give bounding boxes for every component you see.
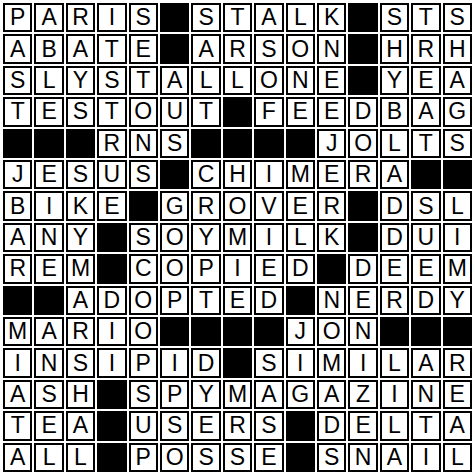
- grid-cell[interactable]: O: [254, 66, 283, 95]
- black-cell: [223, 129, 252, 158]
- black-cell: [286, 411, 315, 440]
- grid-cell[interactable]: Y: [380, 66, 409, 95]
- grid-cell[interactable]: M: [223, 223, 252, 252]
- grid-cell[interactable]: S: [317, 443, 346, 472]
- grid-cell[interactable]: E: [34, 411, 63, 440]
- black-cell: [411, 317, 440, 346]
- grid-cell[interactable]: M: [66, 254, 95, 283]
- grid-cell[interactable]: A: [254, 380, 283, 409]
- grid-cell[interactable]: S: [191, 3, 220, 32]
- grid-cell[interactable]: E: [97, 191, 126, 220]
- black-cell: [129, 191, 158, 220]
- grid-cell[interactable]: E: [129, 34, 158, 63]
- grid-cell[interactable]: D: [191, 348, 220, 377]
- grid-cell[interactable]: A: [160, 66, 189, 95]
- grid-cell[interactable]: P: [129, 443, 158, 472]
- black-cell: [348, 3, 377, 32]
- grid-cell[interactable]: D: [254, 286, 283, 315]
- black-cell: [97, 411, 126, 440]
- grid-cell[interactable]: E: [411, 66, 440, 95]
- grid-cell[interactable]: O: [223, 191, 252, 220]
- grid-cell[interactable]: U: [411, 223, 440, 252]
- grid-cell[interactable]: L: [66, 443, 95, 472]
- grid-cell[interactable]: A: [34, 3, 63, 32]
- grid-cell[interactable]: M: [443, 254, 472, 283]
- grid-cell[interactable]: E: [380, 254, 409, 283]
- grid-cell[interactable]: R: [66, 317, 95, 346]
- grid-cell[interactable]: S: [3, 66, 32, 95]
- grid-cell[interactable]: P: [3, 3, 32, 32]
- grid-cell[interactable]: D: [97, 286, 126, 315]
- black-cell: [160, 317, 189, 346]
- black-cell: [286, 286, 315, 315]
- grid-cell[interactable]: I: [34, 191, 63, 220]
- grid-cell[interactable]: O: [129, 286, 158, 315]
- grid-cell[interactable]: N: [286, 66, 315, 95]
- grid-cell[interactable]: U: [97, 160, 126, 189]
- grid-cell[interactable]: N: [348, 317, 377, 346]
- grid-cell[interactable]: I: [97, 317, 126, 346]
- grid-cell[interactable]: K: [66, 191, 95, 220]
- grid-cell[interactable]: S: [97, 66, 126, 95]
- grid-cell[interactable]: B: [380, 97, 409, 126]
- grid-cell[interactable]: M: [317, 348, 346, 377]
- grid-cell[interactable]: L: [286, 3, 315, 32]
- grid-cell[interactable]: E: [254, 443, 283, 472]
- grid-cell[interactable]: A: [3, 443, 32, 472]
- grid-cell[interactable]: N: [411, 380, 440, 409]
- grid-cell[interactable]: I: [254, 160, 283, 189]
- grid-cell[interactable]: O: [286, 34, 315, 63]
- grid-cell[interactable]: J: [3, 160, 32, 189]
- black-cell: [34, 286, 63, 315]
- grid-cell[interactable]: E: [317, 66, 346, 95]
- grid-cell[interactable]: O: [317, 317, 346, 346]
- grid-cell[interactable]: A: [411, 348, 440, 377]
- black-cell: [160, 3, 189, 32]
- grid-cell[interactable]: I: [380, 380, 409, 409]
- grid-cell[interactable]: O: [129, 97, 158, 126]
- grid-cell[interactable]: E: [254, 254, 283, 283]
- grid-cell[interactable]: Y: [191, 223, 220, 252]
- grid-cell[interactable]: V: [254, 191, 283, 220]
- grid-cell[interactable]: K: [317, 223, 346, 252]
- grid-cell[interactable]: N: [317, 34, 346, 63]
- grid-cell[interactable]: U: [160, 97, 189, 126]
- grid-cell[interactable]: E: [317, 160, 346, 189]
- black-cell: [66, 129, 95, 158]
- grid-cell[interactable]: P: [160, 380, 189, 409]
- grid-cell[interactable]: T: [191, 286, 220, 315]
- grid-cell[interactable]: O: [129, 317, 158, 346]
- grid-cell[interactable]: A: [317, 380, 346, 409]
- grid-cell[interactable]: S: [129, 160, 158, 189]
- grid-cell[interactable]: S: [160, 411, 189, 440]
- black-cell: [348, 191, 377, 220]
- black-cell: [97, 380, 126, 409]
- grid-cell[interactable]: D: [286, 254, 315, 283]
- grid-cell[interactable]: O: [160, 254, 189, 283]
- grid-cell[interactable]: M: [223, 380, 252, 409]
- grid-cell[interactable]: T: [97, 34, 126, 63]
- grid-cell[interactable]: J: [286, 317, 315, 346]
- grid-cell[interactable]: O: [348, 129, 377, 158]
- grid-cell[interactable]: A: [380, 443, 409, 472]
- grid-cell[interactable]: E: [443, 380, 472, 409]
- grid-cell[interactable]: S: [129, 3, 158, 32]
- grid-cell[interactable]: L: [34, 443, 63, 472]
- grid-cell[interactable]: A: [411, 97, 440, 126]
- grid-cell[interactable]: S: [254, 34, 283, 63]
- black-cell: [286, 443, 315, 472]
- grid-cell[interactable]: J: [317, 129, 346, 158]
- grid-cell[interactable]: L: [380, 411, 409, 440]
- grid-cell[interactable]: C: [191, 160, 220, 189]
- grid-cell[interactable]: F: [254, 97, 283, 126]
- grid-cell[interactable]: I: [411, 443, 440, 472]
- grid-cell[interactable]: G: [286, 380, 315, 409]
- grid-cell[interactable]: A: [254, 3, 283, 32]
- grid-cell[interactable]: Y: [66, 223, 95, 252]
- black-cell: [223, 348, 252, 377]
- black-cell: [160, 160, 189, 189]
- black-cell: [160, 34, 189, 63]
- grid-cell[interactable]: N: [348, 443, 377, 472]
- grid-cell[interactable]: E: [348, 286, 377, 315]
- grid-cell[interactable]: R: [317, 191, 346, 220]
- grid-cell[interactable]: G: [443, 97, 472, 126]
- grid-cell[interactable]: E: [286, 191, 315, 220]
- black-cell: [97, 254, 126, 283]
- black-cell: [223, 97, 252, 126]
- black-cell: [34, 129, 63, 158]
- grid-cell[interactable]: A: [191, 34, 220, 63]
- grid-cell[interactable]: S: [254, 411, 283, 440]
- grid-cell[interactable]: T: [191, 97, 220, 126]
- grid-cell[interactable]: D: [380, 191, 409, 220]
- grid-cell[interactable]: N: [34, 223, 63, 252]
- grid-cell[interactable]: L: [286, 223, 315, 252]
- grid-cell[interactable]: U: [129, 411, 158, 440]
- grid-cell[interactable]: N: [129, 129, 158, 158]
- grid-cell[interactable]: E: [348, 411, 377, 440]
- grid-cell[interactable]: G: [160, 191, 189, 220]
- grid-cell[interactable]: A: [3, 34, 32, 63]
- grid-cell[interactable]: H: [66, 380, 95, 409]
- grid-cell[interactable]: A: [3, 380, 32, 409]
- grid-cell[interactable]: S: [66, 348, 95, 377]
- grid-cell[interactable]: T: [97, 97, 126, 126]
- grid-cell[interactable]: S: [191, 443, 220, 472]
- grid-cell[interactable]: R: [223, 411, 252, 440]
- grid-cell[interactable]: I: [97, 3, 126, 32]
- grid-cell[interactable]: L: [380, 348, 409, 377]
- grid-cell[interactable]: A: [380, 160, 409, 189]
- grid-cell[interactable]: D: [348, 97, 377, 126]
- grid-cell[interactable]: S: [254, 348, 283, 377]
- grid-cell[interactable]: L: [34, 66, 63, 95]
- black-cell: [191, 129, 220, 158]
- black-cell: [348, 34, 377, 63]
- grid-cell[interactable]: A: [34, 317, 63, 346]
- grid-cell[interactable]: O: [160, 443, 189, 472]
- grid-cell[interactable]: E: [286, 97, 315, 126]
- grid-cell[interactable]: S: [66, 97, 95, 126]
- grid-cell[interactable]: I: [223, 254, 252, 283]
- grid-cell[interactable]: K: [317, 3, 346, 32]
- grid-cell[interactable]: N: [34, 348, 63, 377]
- black-cell: [286, 129, 315, 158]
- grid-cell[interactable]: I: [443, 223, 472, 252]
- grid-cell[interactable]: E: [411, 254, 440, 283]
- grid-cell[interactable]: R: [348, 160, 377, 189]
- black-cell: [348, 223, 377, 252]
- grid-cell[interactable]: R: [191, 191, 220, 220]
- grid-cell[interactable]: R: [3, 254, 32, 283]
- black-cell: [97, 443, 126, 472]
- grid-cell[interactable]: M: [286, 160, 315, 189]
- grid-cell[interactable]: S: [129, 380, 158, 409]
- black-cell: [3, 286, 32, 315]
- grid-cell[interactable]: Y: [191, 380, 220, 409]
- black-cell: [191, 317, 220, 346]
- grid-cell[interactable]: M: [3, 317, 32, 346]
- grid-cell[interactable]: E: [223, 286, 252, 315]
- crossword-page: PARISSTALKSTSABATEARSONHRHSLYSTALLONEYEA…: [0, 0, 475, 475]
- grid-cell[interactable]: N: [317, 286, 346, 315]
- crossword-grid: PARISSTALKSTSABATEARSONHRHSLYSTALLONEYEA…: [0, 0, 475, 475]
- grid-cell[interactable]: T: [411, 3, 440, 32]
- grid-cell[interactable]: C: [129, 254, 158, 283]
- grid-cell[interactable]: S: [66, 160, 95, 189]
- black-cell: [411, 160, 440, 189]
- black-cell: [223, 317, 252, 346]
- grid-cell[interactable]: T: [129, 66, 158, 95]
- grid-cell[interactable]: P: [160, 286, 189, 315]
- grid-cell[interactable]: S: [34, 380, 63, 409]
- grid-cell[interactable]: R: [380, 286, 409, 315]
- grid-cell[interactable]: B: [34, 34, 63, 63]
- black-cell: [3, 129, 32, 158]
- grid-cell[interactable]: Z: [348, 380, 377, 409]
- black-cell: [254, 129, 283, 158]
- grid-cell[interactable]: I: [254, 223, 283, 252]
- grid-cell[interactable]: R: [66, 3, 95, 32]
- black-cell: [443, 160, 472, 189]
- grid-cell[interactable]: D: [380, 223, 409, 252]
- grid-cell[interactable]: A: [66, 286, 95, 315]
- grid-cell[interactable]: S: [223, 443, 252, 472]
- black-cell: [97, 223, 126, 252]
- grid-cell[interactable]: P: [129, 348, 158, 377]
- black-cell: [380, 317, 409, 346]
- grid-cell[interactable]: L: [223, 66, 252, 95]
- grid-cell[interactable]: A: [443, 66, 472, 95]
- black-cell: [348, 66, 377, 95]
- grid-cell[interactable]: B: [3, 191, 32, 220]
- grid-cell[interactable]: E: [317, 97, 346, 126]
- grid-cell[interactable]: I: [348, 348, 377, 377]
- grid-cell[interactable]: E: [34, 97, 63, 126]
- grid-cell[interactable]: Y: [443, 286, 472, 315]
- grid-cell[interactable]: A: [66, 411, 95, 440]
- grid-cell[interactable]: L: [191, 66, 220, 95]
- grid-cell[interactable]: E: [191, 411, 220, 440]
- grid-cell[interactable]: D: [348, 254, 377, 283]
- grid-cell[interactable]: R: [223, 34, 252, 63]
- grid-cell[interactable]: R: [443, 348, 472, 377]
- grid-cell[interactable]: D: [411, 286, 440, 315]
- grid-cell[interactable]: D: [317, 411, 346, 440]
- grid-cell[interactable]: E: [34, 160, 63, 189]
- grid-cell[interactable]: P: [191, 254, 220, 283]
- grid-cell[interactable]: A: [443, 411, 472, 440]
- grid-cell[interactable]: A: [66, 34, 95, 63]
- grid-cell[interactable]: H: [380, 34, 409, 63]
- grid-cell[interactable]: S: [443, 129, 472, 158]
- grid-cell[interactable]: S: [129, 223, 158, 252]
- grid-cell[interactable]: H: [223, 160, 252, 189]
- grid-cell[interactable]: S: [160, 129, 189, 158]
- grid-cell[interactable]: T: [3, 97, 32, 126]
- grid-cell[interactable]: T: [411, 411, 440, 440]
- grid-cell[interactable]: I: [286, 348, 315, 377]
- grid-cell[interactable]: S: [411, 191, 440, 220]
- grid-cell[interactable]: A: [3, 223, 32, 252]
- grid-cell[interactable]: Y: [66, 66, 95, 95]
- grid-cell[interactable]: S: [380, 3, 409, 32]
- grid-cell[interactable]: L: [380, 129, 409, 158]
- grid-cell[interactable]: H: [443, 34, 472, 63]
- grid-cell[interactable]: I: [3, 348, 32, 377]
- grid-cell[interactable]: E: [34, 254, 63, 283]
- black-cell: [443, 317, 472, 346]
- grid-cell[interactable]: O: [160, 223, 189, 252]
- black-cell: [254, 317, 283, 346]
- grid-cell[interactable]: S: [443, 3, 472, 32]
- grid-cell[interactable]: T: [223, 3, 252, 32]
- black-cell: [317, 254, 346, 283]
- grid-cell[interactable]: I: [160, 348, 189, 377]
- grid-cell[interactable]: L: [443, 191, 472, 220]
- grid-cell[interactable]: L: [443, 443, 472, 472]
- grid-cell[interactable]: R: [411, 34, 440, 63]
- grid-cell[interactable]: R: [97, 129, 126, 158]
- grid-cell[interactable]: T: [411, 129, 440, 158]
- grid-cell[interactable]: T: [3, 411, 32, 440]
- grid-cell[interactable]: I: [97, 348, 126, 377]
